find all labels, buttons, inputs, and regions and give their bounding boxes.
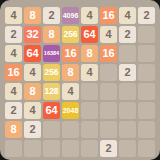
empty-cell-r7c6 — [100, 121, 117, 138]
tile-2: 2 — [5, 102, 22, 119]
tile-2: 2 — [24, 121, 41, 138]
tile-4: 4 — [119, 7, 136, 24]
game-board-2048[interactable]: 4824096416422328256644246416384168161642… — [0, 0, 160, 160]
empty-cell-r7c3 — [43, 121, 60, 138]
empty-cell-r8c3 — [43, 140, 60, 157]
tile-8: 8 — [81, 45, 98, 62]
tile-2: 2 — [100, 140, 117, 157]
tile-4: 4 — [24, 64, 41, 81]
tile-256: 256 — [62, 26, 79, 43]
empty-cell-r6c7 — [119, 102, 136, 119]
empty-cell-r5c7 — [119, 83, 136, 100]
empty-cell-r5c5 — [81, 83, 98, 100]
empty-cell-r7c4 — [62, 121, 79, 138]
tile-4: 4 — [100, 26, 117, 43]
empty-cell-r8c4 — [62, 140, 79, 157]
empty-cell-r4c6 — [100, 64, 117, 81]
tile-2: 2 — [5, 26, 22, 43]
tile-2: 2 — [119, 26, 136, 43]
tile-16: 16 — [100, 45, 117, 62]
tile-4096: 4096 — [62, 7, 79, 24]
empty-cell-r8c7 — [119, 140, 136, 157]
tile-2048: 2048 — [62, 102, 79, 119]
empty-cell-r8c5 — [81, 140, 98, 157]
tile-4: 4 — [24, 102, 41, 119]
tile-64: 64 — [43, 102, 60, 119]
empty-cell-r8c2 — [24, 140, 41, 157]
tile-2: 2 — [43, 7, 60, 24]
empty-cell-r8c8 — [138, 140, 155, 157]
tile-16: 16 — [100, 7, 117, 24]
empty-cell-r5c8 — [138, 83, 155, 100]
tile-16384: 16384 — [43, 45, 60, 62]
empty-cell-r3c8 — [138, 45, 155, 62]
empty-cell-r7c5 — [81, 121, 98, 138]
empty-cell-r2c8 — [138, 26, 155, 43]
tile-2: 2 — [119, 64, 136, 81]
empty-cell-r6c6 — [100, 102, 117, 119]
empty-cell-r7c8 — [138, 121, 155, 138]
tile-8: 8 — [24, 83, 41, 100]
tile-4: 4 — [62, 83, 79, 100]
tile-64: 64 — [81, 26, 98, 43]
empty-cell-r4c8 — [138, 64, 155, 81]
tile-4: 4 — [5, 83, 22, 100]
tile-8: 8 — [43, 26, 60, 43]
empty-cell-r6c8 — [138, 102, 155, 119]
tile-2: 2 — [138, 7, 155, 24]
empty-cell-r7c7 — [119, 121, 136, 138]
empty-cell-r5c6 — [100, 83, 117, 100]
empty-cell-r6c5 — [81, 102, 98, 119]
tile-128: 128 — [43, 83, 60, 100]
tile-8: 8 — [62, 64, 79, 81]
tile-8: 8 — [24, 7, 41, 24]
tile-256: 256 — [43, 64, 60, 81]
tile-16: 16 — [62, 45, 79, 62]
tile-4: 4 — [5, 45, 22, 62]
tile-32: 32 — [24, 26, 41, 43]
tile-4: 4 — [81, 64, 98, 81]
empty-cell-r3c7 — [119, 45, 136, 62]
tile-4: 4 — [5, 7, 22, 24]
tile-64: 64 — [24, 45, 41, 62]
tile-16: 16 — [5, 64, 22, 81]
tile-4: 4 — [81, 7, 98, 24]
tile-8: 8 — [5, 121, 22, 138]
empty-cell-r8c1 — [5, 140, 22, 157]
